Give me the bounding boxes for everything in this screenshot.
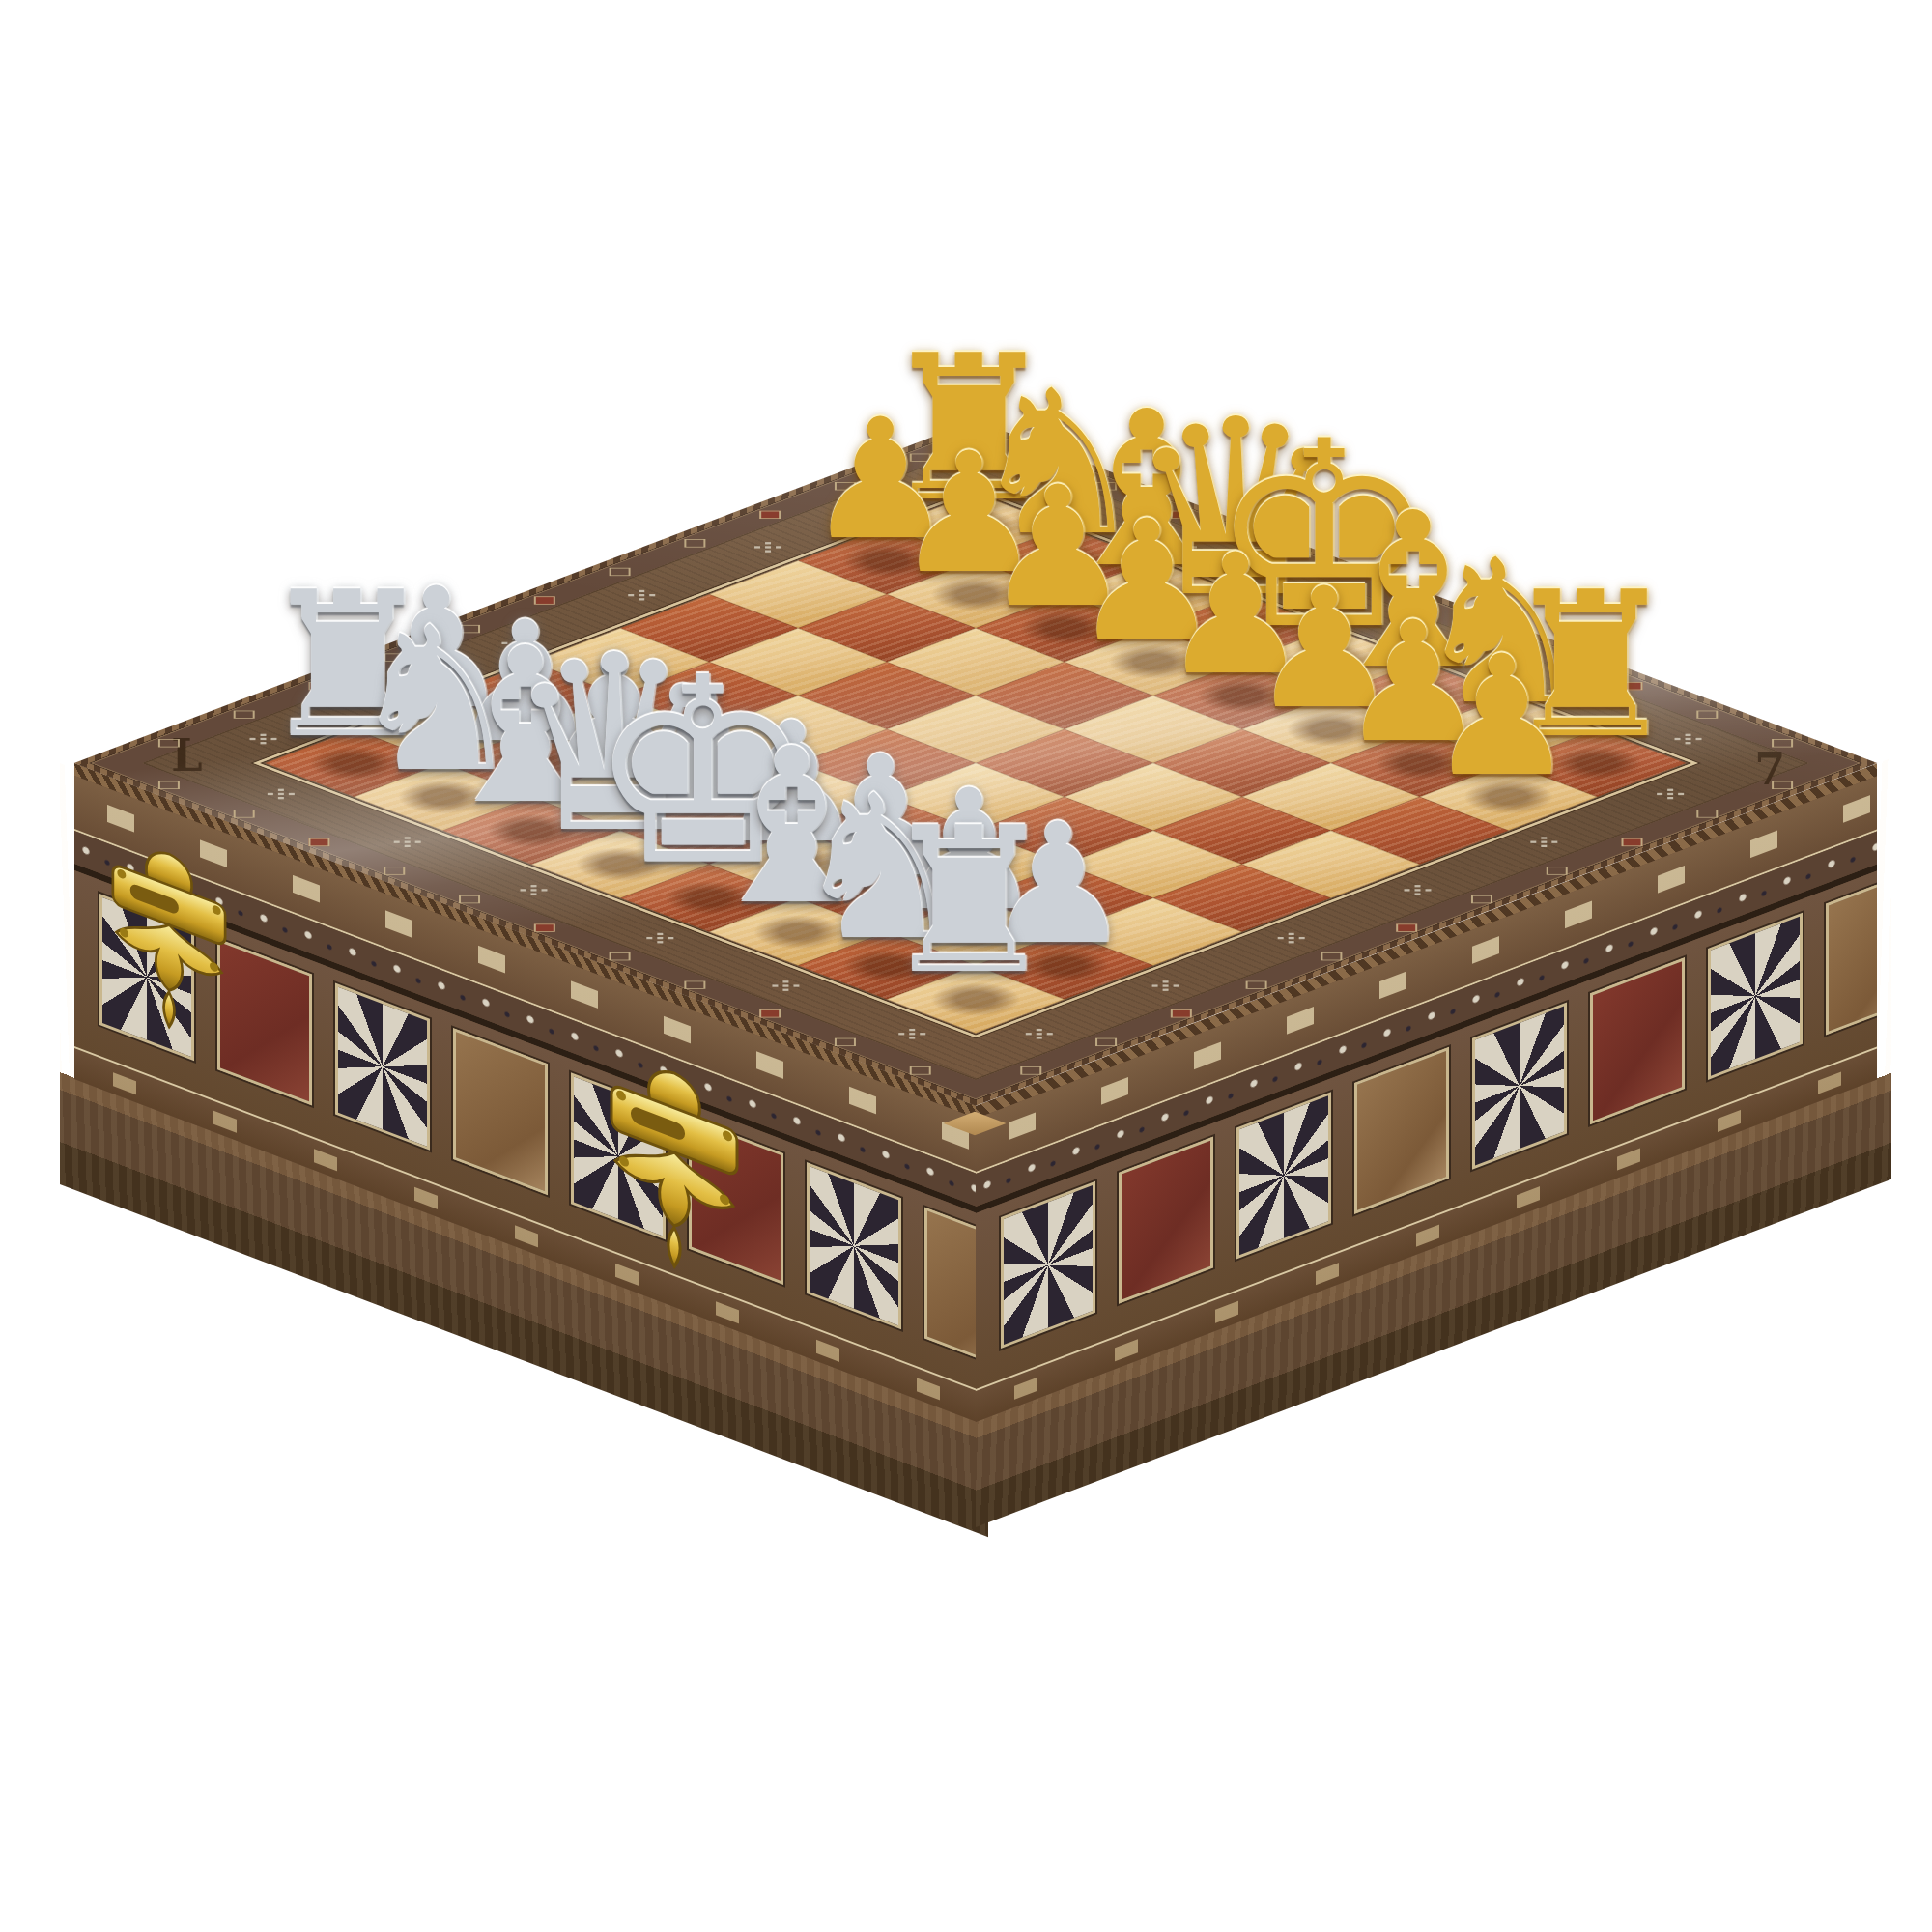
frame-corner-mark-left: L	[171, 729, 202, 781]
flower-inlay-motif	[1667, 793, 1673, 795]
lozenge-inlay	[910, 1066, 931, 1074]
lozenge-inlay	[158, 781, 180, 789]
lozenge-inlay	[459, 895, 480, 903]
red-lozenge-inlay	[534, 923, 555, 931]
piece-glyph: ♟	[1356, 634, 1646, 800]
side-panel-wood	[453, 1028, 548, 1195]
side-panel-mosaic	[807, 1162, 901, 1329]
lozenge-inlay	[1246, 981, 1267, 989]
side-panel-wood	[1354, 1047, 1449, 1214]
red-lozenge-inlay	[1622, 838, 1643, 846]
flower-inlay-motif	[278, 793, 284, 795]
flower-inlay-motif	[909, 1033, 915, 1035]
lozenge-inlay	[1321, 952, 1342, 960]
red-lozenge-inlay	[759, 1009, 781, 1017]
red-lozenge-inlay	[308, 838, 329, 846]
flower-inlay-motif	[1289, 937, 1294, 939]
flower-inlay-motif	[530, 889, 536, 891]
side-panel-mosaic	[1472, 1002, 1567, 1169]
lozenge-inlay	[1547, 867, 1568, 874]
flower-inlay-motif	[657, 937, 663, 939]
flower-inlay-motif	[1037, 1033, 1042, 1035]
lozenge-inlay	[610, 568, 631, 576]
lozenge-inlay	[158, 739, 180, 747]
side-panel-mosaic	[1708, 913, 1803, 1080]
flower-inlay-motif	[639, 594, 644, 596]
flower-inlay-motif	[405, 841, 411, 843]
flower-inlay-motif	[783, 985, 789, 987]
lozenge-inlay	[684, 981, 705, 989]
piece-glyph: ♜	[824, 801, 1114, 1002]
flower-inlay-motif	[1415, 889, 1421, 891]
lozenge-inlay	[1020, 1066, 1041, 1074]
lozenge-inlay	[1772, 781, 1793, 789]
lozenge-inlay	[610, 952, 631, 960]
side-panel-wood	[924, 1207, 976, 1374]
side-panel-red	[1590, 957, 1685, 1124]
side-panel-mosaic	[1001, 1181, 1095, 1349]
lozenge-inlay	[1471, 895, 1492, 903]
lozenge-inlay	[684, 539, 705, 547]
red-lozenge-inlay	[1396, 923, 1417, 931]
side-panel-mosaic	[335, 983, 430, 1151]
side-panel-mosaic	[1236, 1092, 1331, 1259]
red-lozenge-inlay	[1171, 1009, 1192, 1017]
lozenge-inlay	[1772, 739, 1793, 747]
product-photo-stage: L 7 ♜♞♝♛♚♝♞♜♟♟♟♟♟♟♟♟♟♟♟♟♟♟♟♟♜♞♝♛♚♝♞♜	[0, 0, 1932, 1932]
lozenge-inlay	[1095, 1038, 1117, 1046]
lozenge-inlay	[1696, 810, 1718, 817]
flower-inlay-motif	[1541, 841, 1547, 843]
side-panel-wood	[1826, 867, 1877, 1035]
lozenge-inlay	[835, 1038, 856, 1046]
flower-inlay-motif	[1162, 985, 1168, 987]
lozenge-inlay	[384, 867, 405, 874]
side-panel-red	[1119, 1137, 1213, 1304]
lozenge-inlay	[234, 810, 255, 817]
